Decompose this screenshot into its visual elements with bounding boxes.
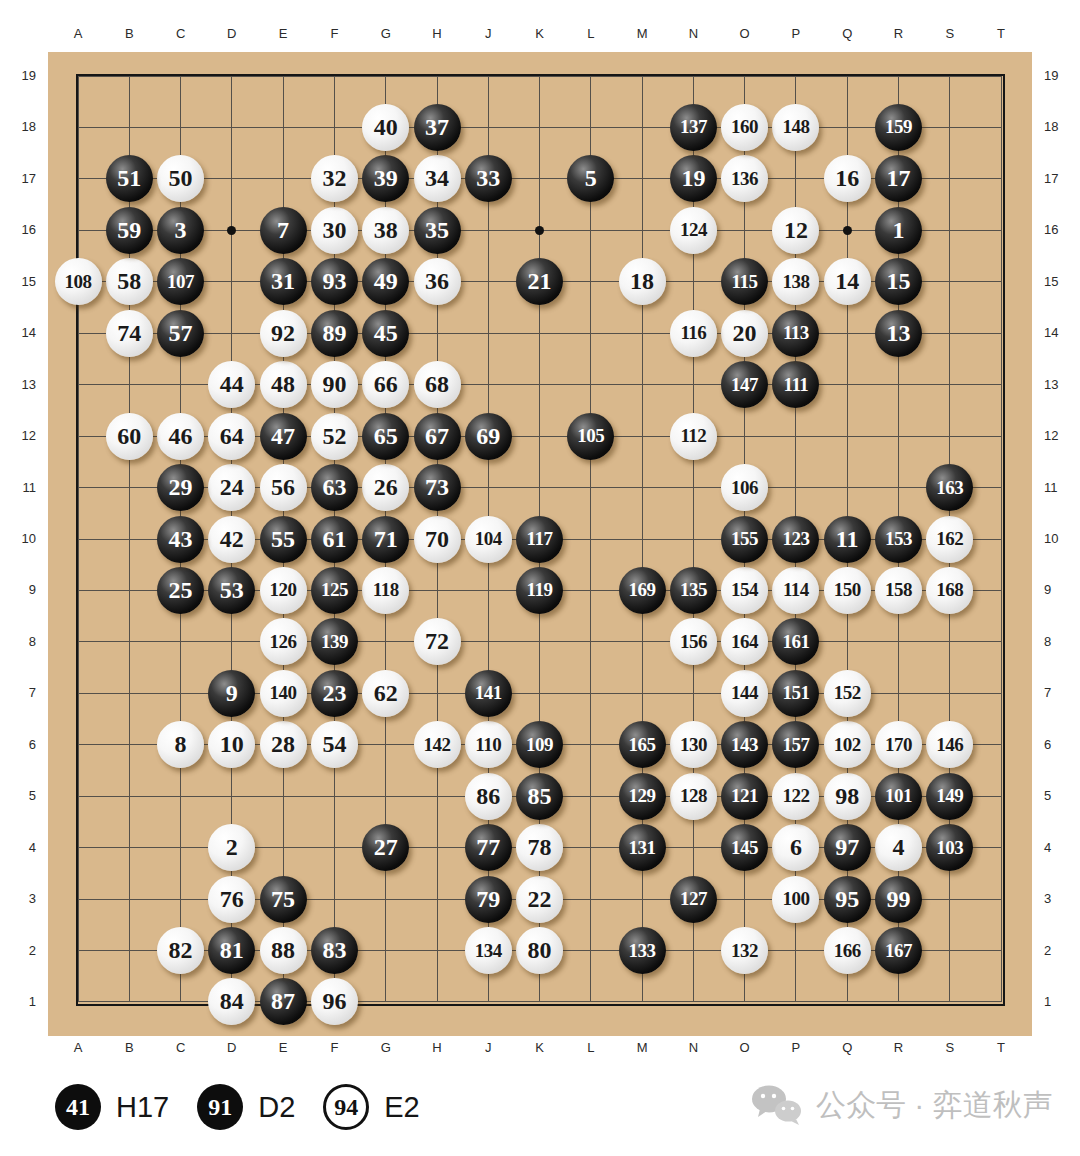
stone-C9: 25	[157, 567, 204, 614]
coord-bottom-J: J	[476, 1040, 500, 1056]
stone-P14: 113	[772, 310, 819, 357]
coord-bottom-G: G	[374, 1040, 398, 1056]
stone-P9: 114	[772, 567, 819, 614]
stone-D9: 53	[208, 567, 255, 614]
stone-G13: 66	[362, 361, 409, 408]
coord-left-19: 19	[10, 68, 36, 84]
coord-right-5: 5	[1044, 788, 1070, 804]
stone-C12: 46	[157, 413, 204, 460]
stone-Q3: 95	[824, 876, 871, 923]
stone-F10: 61	[311, 516, 358, 563]
stone-E12: 47	[260, 413, 307, 460]
stone-E2: 88	[260, 927, 307, 974]
stone-F9: 125	[311, 567, 358, 614]
coord-right-15: 15	[1044, 274, 1070, 290]
stone-J7: 141	[465, 670, 512, 717]
stone-Q17: 16	[824, 155, 871, 202]
stone-C14: 57	[157, 310, 204, 357]
coord-left-8: 8	[10, 634, 36, 650]
stone-R5: 101	[875, 773, 922, 820]
coord-top-Q: Q	[835, 26, 859, 42]
coord-top-F: F	[322, 26, 346, 42]
coord-left-6: 6	[10, 737, 36, 753]
stone-K4: 78	[516, 824, 563, 871]
stone-O14: 20	[721, 310, 768, 357]
stone-H16: 35	[414, 207, 461, 254]
stone-K6: 109	[516, 721, 563, 768]
stone-H18: 37	[414, 104, 461, 151]
stone-E16: 7	[260, 207, 307, 254]
coord-bottom-S: S	[938, 1040, 962, 1056]
stone-N16: 124	[670, 207, 717, 254]
coord-top-T: T	[989, 26, 1013, 42]
stone-N6: 130	[670, 721, 717, 768]
stone-P18: 148	[772, 104, 819, 151]
stone-O11: 106	[721, 464, 768, 511]
stone-R15: 15	[875, 258, 922, 305]
coord-top-M: M	[630, 26, 654, 42]
caption-point-91: D2	[258, 1091, 295, 1124]
stone-P3: 100	[772, 876, 819, 923]
stone-K9: 119	[516, 567, 563, 614]
stone-B15: 58	[106, 258, 153, 305]
stone-H11: 73	[414, 464, 461, 511]
coord-left-12: 12	[10, 428, 36, 444]
wechat-icon	[750, 1084, 804, 1126]
stone-R6: 170	[875, 721, 922, 768]
stone-O9: 154	[721, 567, 768, 614]
stone-J5: 86	[465, 773, 512, 820]
stone-N12: 112	[670, 413, 717, 460]
stone-C2: 82	[157, 927, 204, 974]
coord-top-P: P	[784, 26, 808, 42]
stone-J12: 69	[465, 413, 512, 460]
coord-right-4: 4	[1044, 840, 1070, 856]
stone-E3: 75	[260, 876, 307, 923]
stone-D7: 9	[208, 670, 255, 717]
stone-P16: 12	[772, 207, 819, 254]
coord-top-K: K	[528, 26, 552, 42]
stone-Q10: 11	[824, 516, 871, 563]
stone-C11: 29	[157, 464, 204, 511]
stone-M4: 131	[619, 824, 666, 871]
caption-stone-94: 94	[323, 1084, 369, 1130]
stone-M5: 129	[619, 773, 666, 820]
coord-left-13: 13	[10, 377, 36, 393]
coord-right-2: 2	[1044, 943, 1070, 959]
stone-D3: 76	[208, 876, 255, 923]
coord-left-7: 7	[10, 685, 36, 701]
stone-R4: 4	[875, 824, 922, 871]
coord-top-H: H	[425, 26, 449, 42]
coord-right-19: 19	[1044, 68, 1070, 84]
stone-S10: 162	[926, 516, 973, 563]
stone-M6: 165	[619, 721, 666, 768]
stone-H13: 68	[414, 361, 461, 408]
stone-C6: 8	[157, 721, 204, 768]
stone-S11: 163	[926, 464, 973, 511]
coord-right-6: 6	[1044, 737, 1070, 753]
page: { "game": "go", "board": { "size": 19, "…	[0, 0, 1080, 1156]
coord-left-17: 17	[10, 171, 36, 187]
coord-right-16: 16	[1044, 222, 1070, 238]
stone-R10: 153	[875, 516, 922, 563]
stone-J6: 110	[465, 721, 512, 768]
stone-F17: 32	[311, 155, 358, 202]
stone-F14: 89	[311, 310, 358, 357]
stone-G12: 65	[362, 413, 409, 460]
stone-E15: 31	[260, 258, 307, 305]
stone-O4: 145	[721, 824, 768, 871]
stone-H17: 34	[414, 155, 461, 202]
stone-F16: 30	[311, 207, 358, 254]
stone-K2: 80	[516, 927, 563, 974]
stone-J2: 134	[465, 927, 512, 974]
stone-P10: 123	[772, 516, 819, 563]
coord-left-3: 3	[10, 891, 36, 907]
coord-bottom-P: P	[784, 1040, 808, 1056]
stone-D12: 64	[208, 413, 255, 460]
stone-Q4: 97	[824, 824, 871, 871]
caption-stone-91: 91	[197, 1084, 243, 1130]
stone-C16: 3	[157, 207, 204, 254]
coord-bottom-F: F	[322, 1040, 346, 1056]
caption-stone-41: 41	[55, 1084, 101, 1130]
stone-Q6: 102	[824, 721, 871, 768]
coord-top-D: D	[220, 26, 244, 42]
coord-bottom-T: T	[989, 1040, 1013, 1056]
coord-bottom-L: L	[579, 1040, 603, 1056]
coord-left-2: 2	[10, 943, 36, 959]
stone-K10: 117	[516, 516, 563, 563]
stone-N9: 135	[670, 567, 717, 614]
watermark: 公众号 · 弈道秋声	[750, 1084, 1053, 1126]
stone-N8: 156	[670, 618, 717, 665]
coord-top-J: J	[476, 26, 500, 42]
stone-F2: 83	[311, 927, 358, 974]
coord-bottom-K: K	[528, 1040, 552, 1056]
stone-Q9: 150	[824, 567, 871, 614]
stone-G11: 26	[362, 464, 409, 511]
coord-bottom-R: R	[887, 1040, 911, 1056]
stone-O5: 121	[721, 773, 768, 820]
stone-Q15: 14	[824, 258, 871, 305]
stone-G9: 118	[362, 567, 409, 614]
coord-right-7: 7	[1044, 685, 1070, 701]
stone-G10: 71	[362, 516, 409, 563]
stone-F15: 93	[311, 258, 358, 305]
coord-bottom-M: M	[630, 1040, 654, 1056]
coord-right-10: 10	[1044, 531, 1070, 547]
stone-F1: 96	[311, 978, 358, 1025]
stone-L12: 105	[567, 413, 614, 460]
stone-B14: 74	[106, 310, 153, 357]
stone-M2: 133	[619, 927, 666, 974]
coord-left-14: 14	[10, 325, 36, 341]
star-point-Q16	[843, 226, 852, 235]
stone-P5: 122	[772, 773, 819, 820]
coord-top-E: E	[271, 26, 295, 42]
coord-top-O: O	[733, 26, 757, 42]
stone-K3: 22	[516, 876, 563, 923]
coord-left-10: 10	[10, 531, 36, 547]
stone-C10: 43	[157, 516, 204, 563]
stone-S5: 149	[926, 773, 973, 820]
coord-bottom-E: E	[271, 1040, 295, 1056]
coord-bottom-Q: Q	[835, 1040, 859, 1056]
stone-H8: 72	[414, 618, 461, 665]
stone-E7: 140	[260, 670, 307, 717]
stone-R9: 158	[875, 567, 922, 614]
stone-G14: 45	[362, 310, 409, 357]
coord-right-14: 14	[1044, 325, 1070, 341]
stone-F6: 54	[311, 721, 358, 768]
coord-left-11: 11	[10, 480, 36, 496]
coord-bottom-D: D	[220, 1040, 244, 1056]
caption: 41 H17 91 D2 94 E2	[55, 1082, 448, 1132]
stone-E9: 120	[260, 567, 307, 614]
stone-Q5: 98	[824, 773, 871, 820]
coord-left-15: 15	[10, 274, 36, 290]
stone-S9: 168	[926, 567, 973, 614]
stone-O13: 147	[721, 361, 768, 408]
stone-F13: 90	[311, 361, 358, 408]
stone-E8: 126	[260, 618, 307, 665]
stone-F12: 52	[311, 413, 358, 460]
stone-E11: 56	[260, 464, 307, 511]
stone-B16: 59	[106, 207, 153, 254]
coord-right-18: 18	[1044, 119, 1070, 135]
stone-O7: 144	[721, 670, 768, 717]
stone-F8: 139	[311, 618, 358, 665]
coord-left-5: 5	[10, 788, 36, 804]
stone-G4: 27	[362, 824, 409, 871]
stone-J17: 33	[465, 155, 512, 202]
coord-left-4: 4	[10, 840, 36, 856]
coord-right-12: 12	[1044, 428, 1070, 444]
stone-F7: 23	[311, 670, 358, 717]
star-point-K16	[535, 226, 544, 235]
stone-O6: 143	[721, 721, 768, 768]
stone-E13: 48	[260, 361, 307, 408]
stone-E10: 55	[260, 516, 307, 563]
stone-G7: 62	[362, 670, 409, 717]
stone-K5: 85	[516, 773, 563, 820]
stone-B12: 60	[106, 413, 153, 460]
coord-top-S: S	[938, 26, 962, 42]
stone-D2: 81	[208, 927, 255, 974]
stone-G16: 38	[362, 207, 409, 254]
coord-bottom-H: H	[425, 1040, 449, 1056]
stone-K15: 21	[516, 258, 563, 305]
stone-E6: 28	[260, 721, 307, 768]
coord-right-8: 8	[1044, 634, 1070, 650]
coord-top-R: R	[887, 26, 911, 42]
coord-left-16: 16	[10, 222, 36, 238]
coord-bottom-N: N	[681, 1040, 705, 1056]
stone-H12: 67	[414, 413, 461, 460]
coord-bottom-O: O	[733, 1040, 757, 1056]
coord-top-L: L	[579, 26, 603, 42]
stone-M15: 18	[619, 258, 666, 305]
stone-F11: 63	[311, 464, 358, 511]
coord-left-18: 18	[10, 119, 36, 135]
stone-N3: 127	[670, 876, 717, 923]
caption-point-94: E2	[384, 1091, 419, 1124]
stone-J4: 77	[465, 824, 512, 871]
stone-E14: 92	[260, 310, 307, 357]
stone-D10: 42	[208, 516, 255, 563]
coord-left-9: 9	[10, 582, 36, 598]
stone-R16: 1	[875, 207, 922, 254]
stone-M9: 169	[619, 567, 666, 614]
stone-O2: 132	[721, 927, 768, 974]
stone-N18: 137	[670, 104, 717, 151]
coord-right-11: 11	[1044, 480, 1070, 496]
stone-N14: 116	[670, 310, 717, 357]
stone-E1: 87	[260, 978, 307, 1025]
coord-left-1: 1	[10, 994, 36, 1010]
stone-O18: 160	[721, 104, 768, 151]
coord-right-3: 3	[1044, 891, 1070, 907]
caption-point-41: H17	[116, 1091, 169, 1124]
coord-right-17: 17	[1044, 171, 1070, 187]
stone-D11: 24	[208, 464, 255, 511]
stone-H15: 36	[414, 258, 461, 305]
coord-right-9: 9	[1044, 582, 1070, 598]
stone-G18: 40	[362, 104, 409, 151]
stone-P7: 151	[772, 670, 819, 717]
coord-top-C: C	[169, 26, 193, 42]
stone-R18: 159	[875, 104, 922, 151]
coord-right-1: 1	[1044, 994, 1070, 1010]
stone-Q7: 152	[824, 670, 871, 717]
stone-R2: 167	[875, 927, 922, 974]
coord-bottom-B: B	[117, 1040, 141, 1056]
coord-top-A: A	[66, 26, 90, 42]
coord-bottom-C: C	[169, 1040, 193, 1056]
stone-N17: 19	[670, 155, 717, 202]
coord-bottom-A: A	[66, 1040, 90, 1056]
coord-top-N: N	[681, 26, 705, 42]
stone-O10: 155	[721, 516, 768, 563]
coord-top-G: G	[374, 26, 398, 42]
stone-Q2: 166	[824, 927, 871, 974]
coord-right-13: 13	[1044, 377, 1070, 393]
stone-R3: 99	[875, 876, 922, 923]
stone-H10: 70	[414, 516, 461, 563]
coord-top-B: B	[117, 26, 141, 42]
stone-H6: 142	[414, 721, 461, 768]
stone-A15: 108	[55, 258, 102, 305]
stone-J3: 79	[465, 876, 512, 923]
watermark-text: 公众号 · 弈道秋声	[816, 1085, 1053, 1126]
stone-R14: 13	[875, 310, 922, 357]
stone-B17: 51	[106, 155, 153, 202]
stone-J10: 104	[465, 516, 512, 563]
stone-N5: 128	[670, 773, 717, 820]
